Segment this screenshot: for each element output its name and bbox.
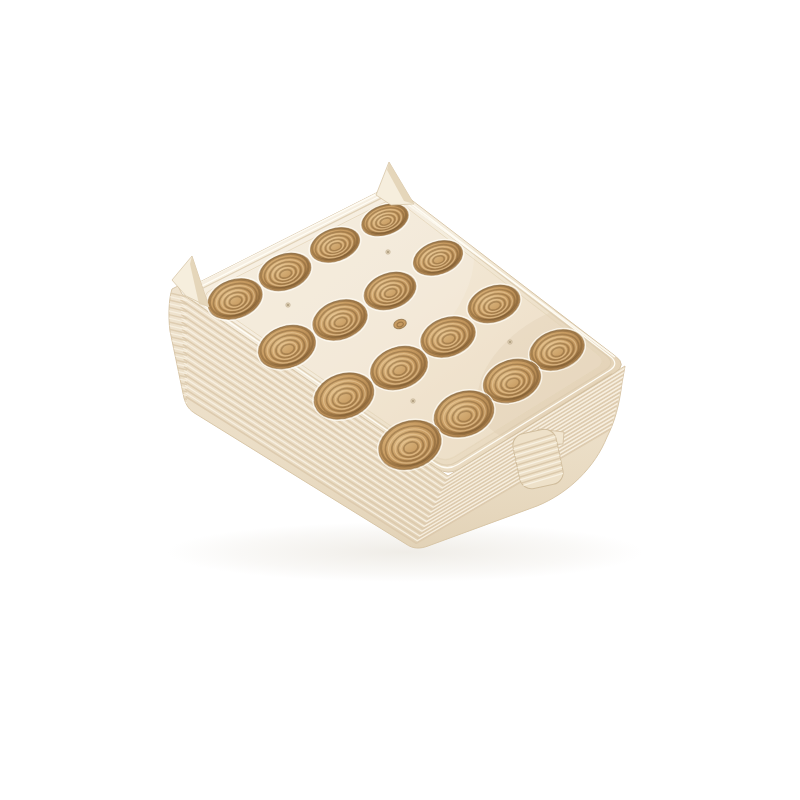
corner-fin-right — [376, 162, 414, 205]
tray-stack-photo — [0, 0, 800, 800]
product-photo — [0, 0, 800, 800]
mold-dot — [508, 340, 513, 345]
mold-dot — [286, 303, 291, 308]
mold-dot — [386, 250, 391, 255]
mold-dot — [411, 399, 416, 404]
